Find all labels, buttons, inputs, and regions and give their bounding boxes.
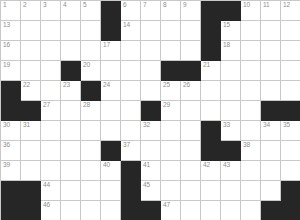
cell-r11c6[interactable] <box>101 201 121 220</box>
clue-number-15: 15 <box>223 22 230 29</box>
block-cell-r4c4 <box>61 61 81 81</box>
cell-r5c6[interactable]: 24 <box>101 81 121 101</box>
cell-r4c3[interactable] <box>41 61 61 81</box>
clue-number-36: 36 <box>3 142 10 149</box>
block-cell-r11c15 <box>281 201 300 220</box>
cell-r8c15[interactable] <box>281 141 300 161</box>
cell-r1c9[interactable]: 8 <box>161 1 181 21</box>
cell-r5c11[interactable] <box>201 81 221 101</box>
cell-r7c13[interactable] <box>241 121 261 141</box>
cell-r5c15[interactable] <box>281 81 300 101</box>
clue-number-3: 3 <box>43 2 46 9</box>
block-cell-r11c14 <box>261 201 281 220</box>
clue-number-29: 29 <box>163 102 170 109</box>
clue-number-5: 5 <box>83 2 86 9</box>
cell-r11c9[interactable]: 47 <box>161 201 181 220</box>
cell-r3c5[interactable] <box>81 41 101 61</box>
cell-r3c9[interactable] <box>161 41 181 61</box>
block-cell-r6c1 <box>1 101 21 121</box>
block-cell-r6c8 <box>141 101 161 121</box>
cell-r3c3[interactable] <box>41 41 61 61</box>
cell-r4c15[interactable] <box>281 61 300 81</box>
cell-r7c6[interactable] <box>101 121 121 141</box>
clue-number-38: 38 <box>243 142 250 149</box>
block-cell-r8c11 <box>201 141 221 161</box>
cell-r7c8[interactable]: 32 <box>141 121 161 141</box>
block-cell-r1c6 <box>101 1 121 21</box>
block-cell-r10c2 <box>21 181 41 201</box>
cell-r3c1[interactable]: 16 <box>1 41 21 61</box>
cell-r1c3[interactable]: 3 <box>41 1 61 21</box>
clue-number-34: 34 <box>263 122 270 129</box>
crossword-board: 1234567891011121314151617181920212223242… <box>0 0 300 220</box>
cell-r6c7[interactable] <box>121 101 141 121</box>
clue-number-42: 42 <box>203 162 210 169</box>
cell-r8c10[interactable] <box>181 141 201 161</box>
cell-r4c13[interactable] <box>241 61 261 81</box>
cell-r10c9[interactable] <box>161 181 181 201</box>
cell-r10c5[interactable] <box>81 181 101 201</box>
cell-r7c15[interactable]: 35 <box>281 121 300 141</box>
cell-r10c14[interactable] <box>261 181 281 201</box>
clue-number-31: 31 <box>23 122 30 129</box>
cell-r6c12[interactable] <box>221 101 241 121</box>
block-cell-r6c14 <box>261 101 281 121</box>
cell-r2c4[interactable] <box>61 21 81 41</box>
clue-number-47: 47 <box>163 202 170 209</box>
cell-r9c11[interactable]: 42 <box>201 161 221 181</box>
clue-number-39: 39 <box>3 162 10 169</box>
cell-r7c14[interactable]: 34 <box>261 121 281 141</box>
clue-number-24: 24 <box>103 82 110 89</box>
cell-r10c10[interactable] <box>181 181 201 201</box>
cell-r2c9[interactable] <box>161 21 181 41</box>
clue-number-11: 11 <box>263 2 269 9</box>
cell-r9c2[interactable] <box>21 161 41 181</box>
clue-number-23: 23 <box>63 82 70 89</box>
cell-r5c10[interactable]: 26 <box>181 81 201 101</box>
cell-r10c3[interactable]: 44 <box>41 181 61 201</box>
clue-number-35: 35 <box>283 122 290 129</box>
clue-number-19: 19 <box>3 62 10 69</box>
cell-r6c5[interactable]: 28 <box>81 101 101 121</box>
cell-r1c1[interactable]: 1 <box>1 1 21 21</box>
crossword-grid: 1234567891011121314151617181920212223242… <box>0 0 300 220</box>
cell-r8c14[interactable] <box>261 141 281 161</box>
cell-r9c1[interactable]: 39 <box>1 161 21 181</box>
block-cell-r9c7 <box>121 161 141 181</box>
clue-number-4: 4 <box>63 2 66 9</box>
block-cell-r11c8 <box>141 201 161 220</box>
cell-r2c10[interactable] <box>181 21 201 41</box>
cell-r2c3[interactable] <box>41 21 61 41</box>
cell-r11c11[interactable] <box>201 201 221 220</box>
clue-number-27: 27 <box>43 102 50 109</box>
cell-r8c2[interactable] <box>21 141 41 161</box>
cell-r6c4[interactable] <box>61 101 81 121</box>
cell-r4c6[interactable] <box>101 61 121 81</box>
cell-r9c5[interactable] <box>81 161 101 181</box>
cell-r3c15[interactable] <box>281 41 300 61</box>
cell-r4c8[interactable] <box>141 61 161 81</box>
clue-number-21: 21 <box>203 62 210 69</box>
cell-r9c12[interactable]: 43 <box>221 161 241 181</box>
clue-number-43: 43 <box>223 162 230 169</box>
cell-r11c12[interactable] <box>221 201 241 220</box>
clue-number-41: 41 <box>143 162 150 169</box>
cell-r2c8[interactable] <box>141 21 161 41</box>
cell-r2c14[interactable] <box>261 21 281 41</box>
clue-number-16: 16 <box>3 42 10 49</box>
cell-r4c2[interactable] <box>21 61 41 81</box>
cell-r1c2[interactable]: 2 <box>21 1 41 21</box>
cell-r7c3[interactable] <box>41 121 61 141</box>
cell-r11c4[interactable] <box>61 201 81 220</box>
cell-r6c6[interactable] <box>101 101 121 121</box>
clue-number-46: 46 <box>43 202 50 209</box>
block-cell-r5c5 <box>81 81 101 101</box>
block-cell-r6c15 <box>281 101 300 121</box>
clue-number-25: 25 <box>163 82 170 89</box>
clue-number-22: 22 <box>23 82 30 89</box>
block-cell-r10c15 <box>281 181 300 201</box>
cell-r4c7[interactable] <box>121 61 141 81</box>
cell-r7c2[interactable]: 31 <box>21 121 41 141</box>
cell-r3c8[interactable] <box>141 41 161 61</box>
clue-number-33: 33 <box>223 122 230 129</box>
block-cell-r2c11 <box>201 21 221 41</box>
cell-r7c12[interactable]: 33 <box>221 121 241 141</box>
clue-number-18: 18 <box>223 42 230 49</box>
cell-r9c14[interactable] <box>261 161 281 181</box>
cell-r5c3[interactable] <box>41 81 61 101</box>
cell-r8c13[interactable]: 38 <box>241 141 261 161</box>
cell-r9c10[interactable] <box>181 161 201 181</box>
cell-r1c10[interactable]: 9 <box>181 1 201 21</box>
cell-r3c2[interactable] <box>21 41 41 61</box>
cell-r3c12[interactable]: 18 <box>221 41 241 61</box>
cell-r8c9[interactable] <box>161 141 181 161</box>
block-cell-r2c6 <box>101 21 121 41</box>
cell-r11c10[interactable] <box>181 201 201 220</box>
block-cell-r11c2 <box>21 201 41 220</box>
cell-r2c15[interactable] <box>281 21 300 41</box>
cell-r3c14[interactable] <box>261 41 281 61</box>
cell-r7c10[interactable] <box>181 121 201 141</box>
cell-r5c4[interactable]: 23 <box>61 81 81 101</box>
cell-r8c3[interactable] <box>41 141 61 161</box>
cell-r5c2[interactable]: 22 <box>21 81 41 101</box>
cell-r5c12[interactable] <box>221 81 241 101</box>
cell-r7c1[interactable]: 30 <box>1 121 21 141</box>
cell-r9c9[interactable] <box>161 161 181 181</box>
cell-r10c8[interactable]: 45 <box>141 181 161 201</box>
cell-r3c6[interactable]: 17 <box>101 41 121 61</box>
cell-r2c5[interactable] <box>81 21 101 41</box>
block-cell-r1c11 <box>201 1 221 21</box>
cell-r2c13[interactable] <box>241 21 261 41</box>
block-cell-r7c11 <box>201 121 221 141</box>
cell-r3c13[interactable] <box>241 41 261 61</box>
cell-r5c9[interactable]: 25 <box>161 81 181 101</box>
block-cell-r8c12 <box>221 141 241 161</box>
clue-number-14: 14 <box>123 22 130 29</box>
cell-r8c4[interactable] <box>61 141 81 161</box>
cell-r10c6[interactable] <box>101 181 121 201</box>
cell-r11c5[interactable] <box>81 201 101 220</box>
cell-r1c14[interactable]: 11 <box>261 1 281 21</box>
clue-number-12: 12 <box>283 2 290 9</box>
cell-r2c7[interactable]: 14 <box>121 21 141 41</box>
cell-r6c13[interactable] <box>241 101 261 121</box>
clue-number-9: 9 <box>183 2 186 9</box>
cell-r2c12[interactable]: 15 <box>221 21 241 41</box>
clue-number-7: 7 <box>143 2 146 9</box>
cell-r6c3[interactable]: 27 <box>41 101 61 121</box>
cell-r6c10[interactable] <box>181 101 201 121</box>
cell-r11c13[interactable] <box>241 201 261 220</box>
cell-r4c14[interactable] <box>261 61 281 81</box>
cell-r8c8[interactable] <box>141 141 161 161</box>
cell-r1c8[interactable]: 7 <box>141 1 161 21</box>
cell-r6c11[interactable] <box>201 101 221 121</box>
clue-number-8: 8 <box>163 2 166 9</box>
cell-r7c5[interactable] <box>81 121 101 141</box>
block-cell-r8c6 <box>101 141 121 161</box>
cell-r5c14[interactable] <box>261 81 281 101</box>
cell-r9c13[interactable] <box>241 161 261 181</box>
cell-r7c7[interactable] <box>121 121 141 141</box>
cell-r1c15[interactable]: 12 <box>281 1 300 21</box>
clue-number-10: 10 <box>243 2 250 9</box>
cell-r9c4[interactable] <box>61 161 81 181</box>
cell-r4c12[interactable] <box>221 61 241 81</box>
cell-r8c1[interactable]: 36 <box>1 141 21 161</box>
clue-number-17: 17 <box>103 42 110 49</box>
cell-r10c4[interactable] <box>61 181 81 201</box>
cell-r7c4[interactable] <box>61 121 81 141</box>
cell-r8c5[interactable] <box>81 141 101 161</box>
block-cell-r4c10 <box>181 61 201 81</box>
cell-r11c3[interactable]: 46 <box>41 201 61 220</box>
block-cell-r5c1 <box>1 81 21 101</box>
block-cell-r10c7 <box>121 181 141 201</box>
block-cell-r1c12 <box>221 1 241 21</box>
cell-r6c9[interactable]: 29 <box>161 101 181 121</box>
cell-r2c2[interactable] <box>21 21 41 41</box>
cell-r9c8[interactable]: 41 <box>141 161 161 181</box>
cell-r1c7[interactable]: 6 <box>121 1 141 21</box>
cell-r1c5[interactable]: 5 <box>81 1 101 21</box>
clue-number-2: 2 <box>23 2 26 9</box>
clue-number-45: 45 <box>143 182 150 189</box>
clue-number-40: 40 <box>103 162 110 169</box>
cell-r9c6[interactable]: 40 <box>101 161 121 181</box>
clue-number-26: 26 <box>183 82 190 89</box>
cell-r3c10[interactable] <box>181 41 201 61</box>
clue-number-44: 44 <box>43 182 50 189</box>
block-cell-r10c1 <box>1 181 21 201</box>
cell-r9c15[interactable] <box>281 161 300 181</box>
cell-r10c11[interactable] <box>201 181 221 201</box>
cell-r4c1[interactable]: 19 <box>1 61 21 81</box>
cell-r3c7[interactable] <box>121 41 141 61</box>
cell-r3c4[interactable] <box>61 41 81 61</box>
block-cell-r11c7 <box>121 201 141 220</box>
cell-r5c7[interactable] <box>121 81 141 101</box>
cell-r2c1[interactable]: 13 <box>1 21 21 41</box>
cell-r4c11[interactable]: 21 <box>201 61 221 81</box>
cell-r10c13[interactable] <box>241 181 261 201</box>
block-cell-r6c2 <box>21 101 41 121</box>
block-cell-r4c9 <box>161 61 181 81</box>
cell-r7c9[interactable] <box>161 121 181 141</box>
block-cell-r11c1 <box>1 201 21 220</box>
cell-r1c4[interactable]: 4 <box>61 1 81 21</box>
cell-r8c7[interactable]: 37 <box>121 141 141 161</box>
clue-number-20: 20 <box>83 62 90 69</box>
cell-r5c13[interactable] <box>241 81 261 101</box>
cell-r4c5[interactable]: 20 <box>81 61 101 81</box>
cell-r1c13[interactable]: 10 <box>241 1 261 21</box>
clue-number-37: 37 <box>123 142 130 149</box>
clue-number-6: 6 <box>123 2 126 9</box>
cell-r10c12[interactable] <box>221 181 241 201</box>
cell-r5c8[interactable] <box>141 81 161 101</box>
clue-number-28: 28 <box>83 102 90 109</box>
block-cell-r3c11 <box>201 41 221 61</box>
clue-number-13: 13 <box>3 22 10 29</box>
clue-number-32: 32 <box>143 122 150 129</box>
clue-number-30: 30 <box>3 122 10 129</box>
clue-number-1: 1 <box>3 2 6 9</box>
cell-r9c3[interactable] <box>41 161 61 181</box>
